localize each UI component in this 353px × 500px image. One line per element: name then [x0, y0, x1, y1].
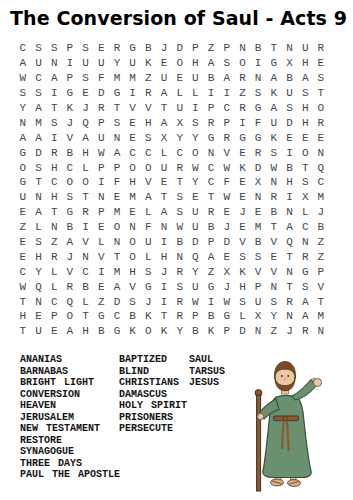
grid-cell: I [203, 294, 219, 309]
grid-cell: A [109, 145, 125, 160]
grid-cell: S [282, 101, 298, 116]
grid-cell: M [125, 71, 141, 86]
grid-cell: R [235, 101, 251, 116]
word-list-column-1: ANANIASBARNABASBRIGHT LIGHTCONVERSIONHEA… [20, 354, 120, 481]
grid-cell: U [78, 56, 94, 71]
grid-cell: H [46, 160, 62, 175]
grid-cell: M [109, 71, 125, 86]
grid-cell: B [172, 235, 188, 250]
grid-cell: F [93, 71, 109, 86]
grid-cell: R [297, 249, 313, 264]
word-list-item: ANANIAS [20, 354, 120, 366]
grid-cell: Z [46, 235, 62, 250]
grid-cell: D [235, 324, 251, 339]
grid-cell: R [313, 115, 329, 130]
word-list-column-2: BAPTIZEDBLINDCHRISTIANSDAMASCUSHOLY SPIR… [119, 354, 187, 435]
grid-cell: S [31, 160, 47, 175]
grid-cell: M [109, 264, 125, 279]
grid-cell: A [266, 71, 282, 86]
grid-cell: Z [15, 220, 31, 235]
grid-cell: T [109, 249, 125, 264]
grid-cell: P [219, 115, 235, 130]
grid-cell: O [62, 175, 78, 190]
grid-cell: Y [172, 130, 188, 145]
word-list-item: HEAVEN [20, 400, 120, 412]
grid-cell: O [188, 145, 204, 160]
grid-cell: R [250, 145, 266, 160]
grid-cell: V [62, 264, 78, 279]
grid-cell: D [31, 145, 47, 160]
grid-cell: Z [266, 324, 282, 339]
grid-cell: R [297, 324, 313, 339]
grid-cell: B [203, 309, 219, 324]
grid-cell: E [15, 205, 31, 220]
grid-cell: I [93, 175, 109, 190]
grid-cell: E [125, 205, 141, 220]
grid-cell: B [203, 71, 219, 86]
grid-cell: M [250, 220, 266, 235]
grid-cell: G [203, 130, 219, 145]
grid-cell: V [266, 264, 282, 279]
grid-cell: U [125, 56, 141, 71]
grid-cell: P [62, 71, 78, 86]
word-list-item: THREE DAYS [20, 458, 120, 470]
grid-cell: B [282, 160, 298, 175]
grid-cell: V [78, 235, 94, 250]
grid-cell: L [46, 264, 62, 279]
grid-cell: T [31, 175, 47, 190]
grid-cell: K [141, 56, 157, 71]
grid-cell: Q [313, 160, 329, 175]
grid-cell: K [125, 324, 141, 339]
grid-cell: E [188, 190, 204, 205]
grid-cell: V [141, 175, 157, 190]
grid-cell: S [172, 190, 188, 205]
grid-cell: I [156, 279, 172, 294]
staff-hand [257, 413, 263, 419]
grid-cell: N [125, 220, 141, 235]
grid-cell: V [141, 101, 157, 116]
grid-cell: E [282, 130, 298, 145]
grid-cell: M [313, 190, 329, 205]
grid-cell: P [313, 264, 329, 279]
grid-cell: H [78, 145, 94, 160]
grid-cell: O [297, 145, 313, 160]
grid-cell: E [93, 41, 109, 56]
grid-cell: E [172, 71, 188, 86]
grid-cell: G [250, 130, 266, 145]
grid-cell: Y [188, 130, 204, 145]
grid-cell: E [313, 56, 329, 71]
grid-cell: O [141, 324, 157, 339]
word-list-item: PRISONERS [119, 412, 187, 424]
grid-cell: C [297, 220, 313, 235]
grid-cell: Z [313, 249, 329, 264]
grid-cell: U [15, 190, 31, 205]
grid-cell: I [219, 86, 235, 101]
grid-cell: V [266, 235, 282, 250]
grid-cell: A [282, 220, 298, 235]
grid-cell: T [78, 190, 94, 205]
word-list-item: PERSECUTE [119, 423, 187, 435]
grid-cell: B [250, 41, 266, 56]
grid-cell: X [172, 115, 188, 130]
grid-cell: X [250, 175, 266, 190]
grid-cell: A [31, 130, 47, 145]
grid-cell: N [282, 41, 298, 56]
grid-cell: N [172, 249, 188, 264]
right-eye [287, 375, 289, 377]
grid-cell: N [282, 264, 298, 279]
grid-cell: T [156, 309, 172, 324]
word-search-grid: CSSPSERGBJDPZPNBTNURAUNIUUYUKEOHASOIGXHE… [15, 41, 329, 339]
grid-cell: J [156, 264, 172, 279]
word-list-item: CHRISTIANS [119, 377, 187, 389]
grid-cell: R [219, 130, 235, 145]
grid-cell: Y [188, 264, 204, 279]
grid-cell: I [156, 235, 172, 250]
grid-cell: L [78, 160, 94, 175]
grid-cell: G [250, 101, 266, 116]
grid-cell: T [46, 101, 62, 116]
grid-cell: B [188, 324, 204, 339]
grid-cell: U [31, 56, 47, 71]
grid-cell: S [188, 115, 204, 130]
grid-cell: N [250, 71, 266, 86]
grid-cell: G [15, 145, 31, 160]
grid-cell: S [109, 115, 125, 130]
grid-cell: P [203, 235, 219, 250]
grid-cell: M [313, 309, 329, 324]
grid-cell: H [235, 279, 251, 294]
grid-cell: U [156, 160, 172, 175]
grid-cell: K [203, 324, 219, 339]
grid-cell: J [78, 101, 94, 116]
grid-cell: E [93, 220, 109, 235]
grid-cell: H [156, 249, 172, 264]
grid-cell: N [313, 324, 329, 339]
grid-cell: I [93, 264, 109, 279]
grid-cell: W [219, 190, 235, 205]
grid-cell: C [141, 145, 157, 160]
grid-cell: E [235, 220, 251, 235]
grid-cell: B [141, 41, 157, 56]
grid-cell: A [297, 294, 313, 309]
word-list-item: BAPTIZED [119, 354, 187, 366]
word-list-column-3: SAULTARSUSJESUS [189, 354, 225, 389]
grid-cell: N [46, 56, 62, 71]
word-list: ANANIASBARNABASBRIGHT LIGHTCONVERSIONHEA… [20, 354, 260, 484]
grid-cell: Q [31, 279, 47, 294]
grid-cell: N [266, 279, 282, 294]
grid-cell: G [109, 324, 125, 339]
grid-cell: A [297, 71, 313, 86]
grid-cell: N [109, 130, 125, 145]
grid-cell: H [125, 264, 141, 279]
grid-cell: V [125, 101, 141, 116]
grid-cell: C [203, 160, 219, 175]
grid-cell: G [235, 130, 251, 145]
grid-cell: A [219, 71, 235, 86]
grid-cell: Y [172, 324, 188, 339]
grid-cell: P [219, 324, 235, 339]
grid-cell: E [235, 145, 251, 160]
word-list-item: BRIGHT LIGHT [20, 377, 120, 389]
grid-cell: U [93, 130, 109, 145]
grid-cell: I [203, 86, 219, 101]
grid-cell: S [235, 294, 251, 309]
grid-cell: S [141, 264, 157, 279]
grid-cell: C [172, 145, 188, 160]
grid-cell: S [15, 86, 31, 101]
grid-cell: J [62, 115, 78, 130]
grid-cell: A [31, 205, 47, 220]
grid-cell: S [235, 249, 251, 264]
grid-cell: F [141, 220, 157, 235]
grid-cell: N [313, 145, 329, 160]
grid-cell: K [156, 324, 172, 339]
grid-cell: U [282, 86, 298, 101]
grid-cell: N [282, 309, 298, 324]
grid-cell: U [156, 71, 172, 86]
grid-cell: G [219, 309, 235, 324]
grid-cell: E [31, 309, 47, 324]
grid-cell: L [235, 309, 251, 324]
grid-cell: E [125, 130, 141, 145]
grid-cell: S [297, 175, 313, 190]
grid-cell: H [188, 56, 204, 71]
grid-cell: O [172, 56, 188, 71]
grid-cell: C [78, 264, 94, 279]
grid-cell: E [78, 86, 94, 101]
grid-cell: T [172, 175, 188, 190]
grid-cell: X [297, 190, 313, 205]
grid-cell: G [203, 279, 219, 294]
grid-cell: S [297, 279, 313, 294]
grid-cell: D [188, 235, 204, 250]
grid-cell: T [15, 324, 31, 339]
grid-cell: R [46, 249, 62, 264]
grid-cell: W [188, 160, 204, 175]
grid-cell: B [282, 71, 298, 86]
grid-cell: U [188, 279, 204, 294]
grid-cell: A [62, 235, 78, 250]
grid-cell: J [313, 205, 329, 220]
grid-cell: P [93, 205, 109, 220]
grid-cell: N [203, 145, 219, 160]
grid-cell: Z [203, 264, 219, 279]
grid-cell: O [313, 101, 329, 116]
grid-cell: N [109, 235, 125, 250]
word-list-item: TARSUS [189, 366, 225, 378]
grid-cell: C [15, 264, 31, 279]
grid-cell: Z [93, 294, 109, 309]
grid-cell: J [235, 205, 251, 220]
grid-cell: M [125, 190, 141, 205]
grid-cell: R [172, 309, 188, 324]
grid-cell: H [141, 115, 157, 130]
grid-cell: U [297, 41, 313, 56]
grid-cell: G [15, 175, 31, 190]
grid-cell: T [313, 86, 329, 101]
grid-cell: T [156, 190, 172, 205]
grid-cell: R [93, 101, 109, 116]
grid-cell: A [46, 71, 62, 86]
grid-cell: B [203, 220, 219, 235]
word-list-item: PAUL THE APOSTLE [20, 469, 120, 481]
grid-cell: W [15, 71, 31, 86]
grid-cell: Y [109, 56, 125, 71]
nose [284, 378, 285, 381]
grid-cell: R [46, 145, 62, 160]
grid-cell: R [141, 86, 157, 101]
grid-cell: U [31, 324, 47, 339]
grid-cell: C [219, 101, 235, 116]
grid-cell: O [235, 56, 251, 71]
grid-cell: N [250, 190, 266, 205]
grid-cell: V [93, 249, 109, 264]
grid-cell: J [219, 279, 235, 294]
grid-cell: W [219, 160, 235, 175]
grid-cell: E [109, 190, 125, 205]
grid-cell: O [109, 220, 125, 235]
grid-cell: T [78, 309, 94, 324]
grid-cell: A [266, 101, 282, 116]
grid-cell: J [219, 220, 235, 235]
grid-cell: X [250, 309, 266, 324]
grid-cell: A [156, 205, 172, 220]
grid-cell: J [62, 249, 78, 264]
grid-cell: E [15, 235, 31, 250]
grid-cell: E [219, 205, 235, 220]
grid-cell: T [282, 249, 298, 264]
grid-cell: W [266, 160, 282, 175]
grid-cell: T [266, 220, 282, 235]
grid-cell: K [266, 130, 282, 145]
grid-cell: U [93, 56, 109, 71]
grid-cell: B [266, 205, 282, 220]
grid-cell: L [297, 205, 313, 220]
grid-cell: K [62, 101, 78, 116]
word-list-item: BARNABAS [20, 366, 120, 378]
grid-cell: T [156, 101, 172, 116]
grid-cell: Q [282, 235, 298, 250]
grid-cell: H [297, 101, 313, 116]
grid-cell: L [78, 294, 94, 309]
grid-cell: I [125, 86, 141, 101]
grid-cell: W [188, 294, 204, 309]
grid-cell: O [15, 160, 31, 175]
grid-cell: A [297, 309, 313, 324]
grid-cell: N [31, 294, 47, 309]
grid-cell: V [313, 279, 329, 294]
grid-cell: I [78, 220, 94, 235]
grid-cell: G [125, 41, 141, 56]
grid-cell: X [219, 264, 235, 279]
grid-cell: S [46, 115, 62, 130]
grid-cell: D [219, 235, 235, 250]
grid-cell: N [93, 190, 109, 205]
grid-cell: S [313, 71, 329, 86]
grid-cell: C [313, 175, 329, 190]
word-list-item: CONVERSION [20, 389, 120, 401]
grid-cell: N [78, 249, 94, 264]
left-eye [281, 375, 283, 377]
grid-cell: T [109, 101, 125, 116]
grid-cell: L [156, 145, 172, 160]
grid-cell: O [62, 309, 78, 324]
grid-cell: I [282, 145, 298, 160]
grid-cell: O [125, 249, 141, 264]
grid-cell: F [109, 175, 125, 190]
grid-cell: Y [188, 175, 204, 190]
grid-cell: A [62, 324, 78, 339]
grid-cell: Q [188, 249, 204, 264]
grid-cell: T [203, 190, 219, 205]
grid-cell: H [282, 175, 298, 190]
grid-cell: W [15, 279, 31, 294]
puzzle-title: The Conversion of Saul - Acts 9 [10, 7, 347, 29]
grid-cell: V [250, 264, 266, 279]
grid-cell: L [31, 220, 47, 235]
grid-cell: B [78, 279, 94, 294]
grid-cell: Z [235, 86, 251, 101]
grid-cell: O [125, 235, 141, 250]
grid-cell: G [109, 86, 125, 101]
grid-cell: S [78, 71, 94, 86]
grid-cell: D [172, 41, 188, 56]
grid-cell: S [62, 190, 78, 205]
grid-cell: T [15, 294, 31, 309]
grid-cell: S [266, 145, 282, 160]
grid-cell: U [172, 101, 188, 116]
grid-cell: P [93, 115, 109, 130]
grid-cell: O [141, 160, 157, 175]
grid-cell: I [46, 130, 62, 145]
grid-cell: E [313, 130, 329, 145]
paul-clipart [240, 355, 345, 495]
grid-cell: R [172, 294, 188, 309]
grid-cell: G [141, 279, 157, 294]
grid-cell: E [297, 130, 313, 145]
grid-cell: C [46, 294, 62, 309]
grid-cell: J [156, 41, 172, 56]
grid-cell: H [78, 324, 94, 339]
grid-cell: P [203, 101, 219, 116]
grid-cell: P [188, 309, 204, 324]
grid-cell: K [266, 86, 282, 101]
grid-cell: I [282, 190, 298, 205]
grid-cell: R [313, 41, 329, 56]
grid-cell: D [93, 86, 109, 101]
grid-cell: U [188, 71, 204, 86]
grid-cell: Y [31, 264, 47, 279]
grid-cell: F [219, 175, 235, 190]
grid-cell: U [188, 220, 204, 235]
grid-cell: S [172, 205, 188, 220]
grid-cell: H [15, 309, 31, 324]
grid-cell: U [266, 115, 282, 130]
grid-cell: P [93, 160, 109, 175]
grid-cell: C [46, 175, 62, 190]
grid-cell: C [203, 175, 219, 190]
grid-cell: V [219, 145, 235, 160]
grid-cell: A [31, 101, 47, 116]
grid-cell: N [266, 175, 282, 190]
grid-cell: E [266, 249, 282, 264]
grid-cell: I [62, 56, 78, 71]
grid-cell: A [15, 56, 31, 71]
